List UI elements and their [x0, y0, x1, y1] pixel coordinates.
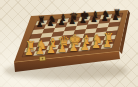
- photo-scene: ♜♞♝♛♚♝♞♜♟♟♟♟♟♟♟♟♜♞♝♛♚♝♞♜♟♟♟♟♟♟♟♟: [0, 0, 138, 87]
- chess-board[interactable]: [0, 0, 138, 87]
- brass-latch-icon[interactable]: [39, 56, 45, 61]
